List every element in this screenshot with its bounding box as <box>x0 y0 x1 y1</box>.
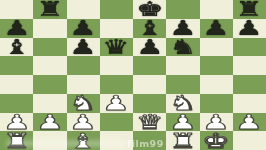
square-e1[interactable] <box>133 131 166 150</box>
square-a2[interactable]: ♟ <box>0 113 33 132</box>
white-pawn: ♟ <box>169 113 197 131</box>
black-bishop: ♝ <box>136 19 164 37</box>
square-g3[interactable] <box>200 94 233 113</box>
chess-board: ♜♚♜♟♟♝♟♟♟♝♟♛♟♞♞♟♞♟♟♟♛♟♟♟♜♝♜♚ <box>0 0 266 150</box>
square-e4[interactable] <box>133 75 166 94</box>
square-b2[interactable]: ♟ <box>33 113 66 132</box>
square-b7[interactable] <box>33 19 66 38</box>
square-d5[interactable] <box>100 56 133 75</box>
square-d8[interactable] <box>100 0 133 19</box>
square-a6[interactable]: ♝ <box>0 38 33 57</box>
square-g8[interactable] <box>200 0 233 19</box>
black-rook: ♜ <box>235 0 263 18</box>
white-rook: ♜ <box>3 131 31 149</box>
white-pawn: ♟ <box>3 113 31 131</box>
black-knight: ♞ <box>169 38 197 56</box>
square-f4[interactable] <box>166 75 199 94</box>
square-c2[interactable]: ♟ <box>67 113 100 132</box>
square-f3[interactable]: ♞ <box>166 94 199 113</box>
black-pawn: ♟ <box>3 19 31 37</box>
square-h3[interactable] <box>233 94 266 113</box>
square-h5[interactable] <box>233 56 266 75</box>
square-g4[interactable] <box>200 75 233 94</box>
square-g2[interactable]: ♟ <box>200 113 233 132</box>
square-g7[interactable]: ♟ <box>200 19 233 38</box>
square-d3[interactable]: ♟ <box>100 94 133 113</box>
square-e7[interactable]: ♝ <box>133 19 166 38</box>
white-knight: ♞ <box>169 94 197 112</box>
black-king: ♚ <box>136 0 164 18</box>
square-c1[interactable]: ♝ <box>67 131 100 150</box>
square-g1[interactable]: ♚ <box>200 131 233 150</box>
black-pawn: ♟ <box>69 38 97 56</box>
square-a5[interactable] <box>0 56 33 75</box>
black-rook: ♜ <box>36 0 64 18</box>
square-b4[interactable] <box>33 75 66 94</box>
square-f6[interactable]: ♞ <box>166 38 199 57</box>
square-h4[interactable] <box>233 75 266 94</box>
square-b8[interactable]: ♜ <box>33 0 66 19</box>
square-g5[interactable] <box>200 56 233 75</box>
square-f1[interactable]: ♜ <box>166 131 199 150</box>
square-b1[interactable] <box>33 131 66 150</box>
black-queen: ♛ <box>102 38 130 56</box>
square-a3[interactable] <box>0 94 33 113</box>
square-f2[interactable]: ♟ <box>166 113 199 132</box>
square-a8[interactable] <box>0 0 33 19</box>
white-bishop: ♝ <box>69 131 97 149</box>
white-king: ♚ <box>202 131 230 149</box>
square-d4[interactable] <box>100 75 133 94</box>
black-pawn: ♟ <box>235 19 263 37</box>
white-rook: ♜ <box>169 131 197 149</box>
square-f5[interactable] <box>166 56 199 75</box>
square-c8[interactable] <box>67 0 100 19</box>
square-a4[interactable] <box>0 75 33 94</box>
white-pawn: ♟ <box>69 113 97 131</box>
square-f7[interactable]: ♟ <box>166 19 199 38</box>
square-e5[interactable] <box>133 56 166 75</box>
white-pawn: ♟ <box>235 113 263 131</box>
square-a7[interactable]: ♟ <box>0 19 33 38</box>
white-pawn: ♟ <box>36 113 64 131</box>
black-pawn: ♟ <box>69 19 97 37</box>
black-bishop: ♝ <box>3 38 31 56</box>
square-d1[interactable] <box>100 131 133 150</box>
square-e2[interactable]: ♛ <box>133 113 166 132</box>
white-queen: ♛ <box>136 113 164 131</box>
square-c6[interactable]: ♟ <box>67 38 100 57</box>
square-h6[interactable] <box>233 38 266 57</box>
square-b3[interactable] <box>33 94 66 113</box>
square-c4[interactable] <box>67 75 100 94</box>
square-b5[interactable] <box>33 56 66 75</box>
square-c5[interactable] <box>67 56 100 75</box>
square-c7[interactable]: ♟ <box>67 19 100 38</box>
white-pawn: ♟ <box>202 113 230 131</box>
square-h2[interactable]: ♟ <box>233 113 266 132</box>
square-e8[interactable]: ♚ <box>133 0 166 19</box>
square-h8[interactable]: ♜ <box>233 0 266 19</box>
black-pawn: ♟ <box>202 19 230 37</box>
square-h1[interactable] <box>233 131 266 150</box>
square-d2[interactable] <box>100 113 133 132</box>
square-d7[interactable] <box>100 19 133 38</box>
square-f8[interactable] <box>166 0 199 19</box>
square-d6[interactable]: ♛ <box>100 38 133 57</box>
square-a1[interactable]: ♜ <box>0 131 33 150</box>
white-pawn: ♟ <box>102 94 130 112</box>
square-h7[interactable]: ♟ <box>233 19 266 38</box>
black-pawn: ♟ <box>169 19 197 37</box>
square-e6[interactable]: ♟ <box>133 38 166 57</box>
square-b6[interactable] <box>33 38 66 57</box>
square-g6[interactable] <box>200 38 233 57</box>
black-pawn: ♟ <box>136 38 164 56</box>
white-knight: ♞ <box>69 94 97 112</box>
square-c3[interactable]: ♞ <box>67 94 100 113</box>
chess-app-frame: ♜♚♜♟♟♝♟♟♟♝♟♛♟♞♞♟♞♟♟♟♛♟♟♟♜♝♜♚ film99 <box>0 0 266 150</box>
square-e3[interactable] <box>133 94 166 113</box>
